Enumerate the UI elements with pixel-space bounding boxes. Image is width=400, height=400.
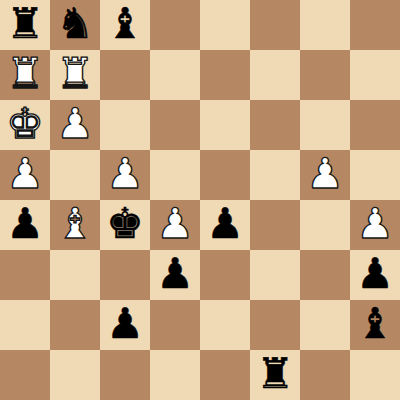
square-f8[interactable] — [250, 0, 300, 50]
square-e8[interactable] — [200, 0, 250, 50]
square-c6[interactable] — [100, 100, 150, 150]
square-d7[interactable] — [150, 50, 200, 100]
square-c2[interactable]: ♟ — [100, 300, 150, 350]
square-e1[interactable] — [200, 350, 250, 400]
square-a7[interactable]: ♜ — [0, 50, 50, 100]
square-e3[interactable] — [200, 250, 250, 300]
square-b5[interactable] — [50, 150, 100, 200]
square-a1[interactable] — [0, 350, 50, 400]
square-e2[interactable] — [200, 300, 250, 350]
white-rook-piece[interactable]: ♜ — [56, 49, 94, 99]
square-a2[interactable] — [0, 300, 50, 350]
black-pawn-piece[interactable]: ♟ — [156, 249, 194, 299]
square-d6[interactable] — [150, 100, 200, 150]
black-pawn-piece[interactable]: ♟ — [206, 199, 244, 249]
square-g7[interactable] — [300, 50, 350, 100]
square-h6[interactable] — [350, 100, 400, 150]
white-rook-piece[interactable]: ♜ — [6, 49, 44, 99]
square-g5[interactable]: ♟ — [300, 150, 350, 200]
square-b1[interactable] — [50, 350, 100, 400]
square-b2[interactable] — [50, 300, 100, 350]
square-g1[interactable] — [300, 350, 350, 400]
square-d2[interactable] — [150, 300, 200, 350]
square-d5[interactable] — [150, 150, 200, 200]
black-pawn-piece[interactable]: ♟ — [356, 249, 394, 299]
square-f2[interactable] — [250, 300, 300, 350]
square-f6[interactable] — [250, 100, 300, 150]
square-e7[interactable] — [200, 50, 250, 100]
square-d8[interactable] — [150, 0, 200, 50]
square-d4[interactable]: ♟ — [150, 200, 200, 250]
white-pawn-piece[interactable]: ♟ — [356, 199, 394, 249]
square-b4[interactable]: ♝ — [50, 200, 100, 250]
square-c1[interactable] — [100, 350, 150, 400]
square-a3[interactable] — [0, 250, 50, 300]
white-pawn-piece[interactable]: ♟ — [106, 149, 144, 199]
white-king-piece[interactable]: ♚ — [6, 99, 44, 149]
black-bishop-piece[interactable]: ♝ — [356, 299, 394, 349]
square-h3[interactable]: ♟ — [350, 250, 400, 300]
square-g6[interactable] — [300, 100, 350, 150]
square-h7[interactable] — [350, 50, 400, 100]
square-d1[interactable] — [150, 350, 200, 400]
square-h5[interactable] — [350, 150, 400, 200]
square-h8[interactable] — [350, 0, 400, 50]
black-knight-piece[interactable]: ♞ — [56, 0, 94, 49]
black-rook-piece[interactable]: ♜ — [6, 0, 44, 49]
square-f7[interactable] — [250, 50, 300, 100]
square-b7[interactable]: ♜ — [50, 50, 100, 100]
black-king-piece[interactable]: ♚ — [106, 199, 144, 249]
square-f4[interactable] — [250, 200, 300, 250]
square-d3[interactable]: ♟ — [150, 250, 200, 300]
square-a8[interactable]: ♜ — [0, 0, 50, 50]
white-pawn-piece[interactable]: ♟ — [306, 149, 344, 199]
square-g2[interactable] — [300, 300, 350, 350]
square-e4[interactable]: ♟ — [200, 200, 250, 250]
black-bishop-piece[interactable]: ♝ — [106, 0, 144, 49]
square-g3[interactable] — [300, 250, 350, 300]
square-f5[interactable] — [250, 150, 300, 200]
white-pawn-piece[interactable]: ♟ — [6, 149, 44, 199]
square-e5[interactable] — [200, 150, 250, 200]
white-pawn-piece[interactable]: ♟ — [156, 199, 194, 249]
square-h2[interactable]: ♝ — [350, 300, 400, 350]
square-g4[interactable] — [300, 200, 350, 250]
square-h1[interactable] — [350, 350, 400, 400]
black-rook-piece[interactable]: ♜ — [256, 349, 294, 399]
square-b6[interactable]: ♟ — [50, 100, 100, 150]
square-h4[interactable]: ♟ — [350, 200, 400, 250]
black-pawn-piece[interactable]: ♟ — [106, 299, 144, 349]
black-pawn-piece[interactable]: ♟ — [6, 199, 44, 249]
square-b3[interactable] — [50, 250, 100, 300]
chess-board: ♜♞♝♜♜♚♟♟♟♟♟♝♚♟♟♟♟♟♟♝♜ — [0, 0, 400, 400]
square-f3[interactable] — [250, 250, 300, 300]
square-c5[interactable]: ♟ — [100, 150, 150, 200]
square-c7[interactable] — [100, 50, 150, 100]
square-a4[interactable]: ♟ — [0, 200, 50, 250]
square-a6[interactable]: ♚ — [0, 100, 50, 150]
square-c8[interactable]: ♝ — [100, 0, 150, 50]
white-bishop-piece[interactable]: ♝ — [56, 199, 94, 249]
square-a5[interactable]: ♟ — [0, 150, 50, 200]
white-pawn-piece[interactable]: ♟ — [56, 99, 94, 149]
square-c3[interactable] — [100, 250, 150, 300]
square-b8[interactable]: ♞ — [50, 0, 100, 50]
square-f1[interactable]: ♜ — [250, 350, 300, 400]
square-c4[interactable]: ♚ — [100, 200, 150, 250]
square-g8[interactable] — [300, 0, 350, 50]
square-e6[interactable] — [200, 100, 250, 150]
